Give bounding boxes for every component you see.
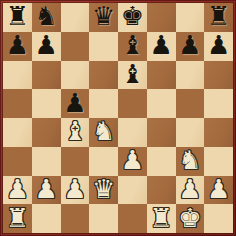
square-c7[interactable]	[61, 32, 90, 61]
square-h2[interactable]: ♟	[204, 176, 233, 205]
white-king[interactable]: ♚	[178, 205, 201, 231]
square-b1[interactable]	[32, 204, 61, 233]
square-e5[interactable]	[118, 89, 147, 118]
board-frame: ♜♞♛♚♜♟♟♝♟♟♟♝♟♝♞♟♞♟♟♟♛♟♟♜♜♚	[0, 0, 236, 236]
square-d2[interactable]: ♛	[89, 176, 118, 205]
white-pawn[interactable]: ♟	[34, 176, 57, 202]
white-rook[interactable]: ♜	[149, 205, 172, 231]
square-c4[interactable]: ♝	[61, 118, 90, 147]
black-pawn[interactable]: ♟	[34, 32, 57, 58]
square-c2[interactable]: ♟	[61, 176, 90, 205]
square-b3[interactable]	[32, 147, 61, 176]
square-g7[interactable]: ♟	[176, 32, 205, 61]
square-d4[interactable]: ♞	[89, 118, 118, 147]
square-e3[interactable]: ♟	[118, 147, 147, 176]
square-d8[interactable]: ♛	[89, 3, 118, 32]
square-a5[interactable]	[3, 89, 32, 118]
white-pawn[interactable]: ♟	[207, 176, 230, 202]
square-e6[interactable]: ♝	[118, 61, 147, 90]
white-queen[interactable]: ♛	[92, 176, 115, 202]
square-a7[interactable]: ♟	[3, 32, 32, 61]
chess-board: ♜♞♛♚♜♟♟♝♟♟♟♝♟♝♞♟♞♟♟♟♛♟♟♜♜♚	[3, 3, 233, 233]
square-b5[interactable]	[32, 89, 61, 118]
square-a3[interactable]	[3, 147, 32, 176]
square-g4[interactable]	[176, 118, 205, 147]
square-h1[interactable]	[204, 204, 233, 233]
white-knight[interactable]: ♞	[178, 147, 201, 173]
white-pawn[interactable]: ♟	[178, 176, 201, 202]
square-e7[interactable]: ♝	[118, 32, 147, 61]
square-a1[interactable]: ♜	[3, 204, 32, 233]
square-d1[interactable]	[89, 204, 118, 233]
black-rook[interactable]: ♜	[6, 3, 29, 29]
square-f2[interactable]	[147, 176, 176, 205]
square-a6[interactable]	[3, 61, 32, 90]
square-d6[interactable]	[89, 61, 118, 90]
square-b8[interactable]: ♞	[32, 3, 61, 32]
black-bishop[interactable]: ♝	[121, 61, 144, 87]
square-f7[interactable]: ♟	[147, 32, 176, 61]
square-d5[interactable]	[89, 89, 118, 118]
square-g6[interactable]	[176, 61, 205, 90]
square-g5[interactable]	[176, 89, 205, 118]
square-a8[interactable]: ♜	[3, 3, 32, 32]
white-rook[interactable]: ♜	[6, 205, 29, 231]
white-pawn[interactable]: ♟	[63, 176, 86, 202]
square-c1[interactable]	[61, 204, 90, 233]
white-pawn[interactable]: ♟	[6, 176, 29, 202]
square-h7[interactable]: ♟	[204, 32, 233, 61]
square-b6[interactable]	[32, 61, 61, 90]
black-queen[interactable]: ♛	[92, 3, 115, 29]
white-pawn[interactable]: ♟	[121, 147, 144, 173]
square-e2[interactable]	[118, 176, 147, 205]
square-h4[interactable]	[204, 118, 233, 147]
square-b2[interactable]: ♟	[32, 176, 61, 205]
square-c6[interactable]	[61, 61, 90, 90]
square-e1[interactable]	[118, 204, 147, 233]
white-knight[interactable]: ♞	[92, 118, 115, 144]
black-king[interactable]: ♚	[121, 3, 144, 29]
square-e8[interactable]: ♚	[118, 3, 147, 32]
black-rook[interactable]: ♜	[207, 3, 230, 29]
square-h3[interactable]	[204, 147, 233, 176]
square-f6[interactable]	[147, 61, 176, 90]
black-knight[interactable]: ♞	[34, 3, 57, 29]
square-d7[interactable]	[89, 32, 118, 61]
square-f8[interactable]	[147, 3, 176, 32]
square-g2[interactable]: ♟	[176, 176, 205, 205]
square-g3[interactable]: ♞	[176, 147, 205, 176]
square-a4[interactable]	[3, 118, 32, 147]
black-pawn[interactable]: ♟	[6, 32, 29, 58]
black-pawn[interactable]: ♟	[178, 32, 201, 58]
square-b4[interactable]	[32, 118, 61, 147]
square-h5[interactable]	[204, 89, 233, 118]
square-g8[interactable]	[176, 3, 205, 32]
square-c3[interactable]	[61, 147, 90, 176]
square-f3[interactable]	[147, 147, 176, 176]
square-b7[interactable]: ♟	[32, 32, 61, 61]
black-pawn[interactable]: ♟	[149, 32, 172, 58]
square-e4[interactable]	[118, 118, 147, 147]
square-h8[interactable]: ♜	[204, 3, 233, 32]
square-h6[interactable]	[204, 61, 233, 90]
square-c5[interactable]: ♟	[61, 89, 90, 118]
square-f5[interactable]	[147, 89, 176, 118]
white-bishop[interactable]: ♝	[63, 118, 86, 144]
black-pawn[interactable]: ♟	[63, 90, 86, 116]
square-f1[interactable]: ♜	[147, 204, 176, 233]
square-a2[interactable]: ♟	[3, 176, 32, 205]
square-g1[interactable]: ♚	[176, 204, 205, 233]
black-bishop[interactable]: ♝	[121, 32, 144, 58]
square-d3[interactable]	[89, 147, 118, 176]
square-f4[interactable]	[147, 118, 176, 147]
square-c8[interactable]	[61, 3, 90, 32]
black-pawn[interactable]: ♟	[207, 32, 230, 58]
